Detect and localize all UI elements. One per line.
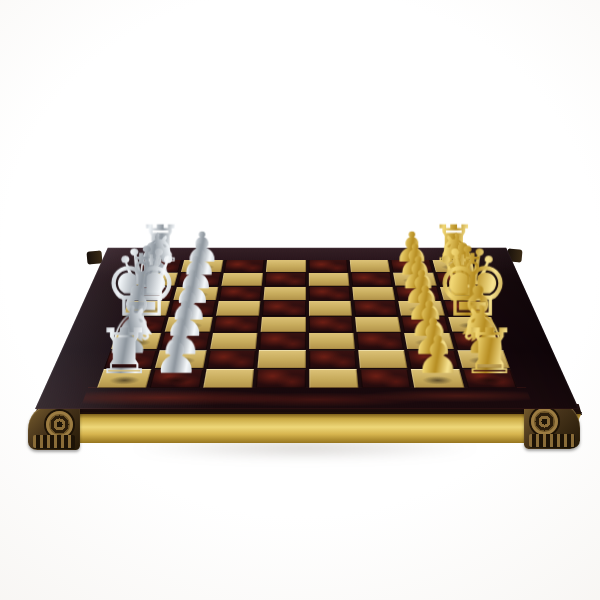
chess-set-product-photo: ♜♟♟♜♞♟♟♞♝♟♟♝♛♟♟♛♚♟♟♚♝♟♟♝♞♟♟♞♜♟♟♜ (0, 0, 600, 600)
square-a4[interactable] (266, 260, 306, 272)
square-h8[interactable]: ♜ (462, 369, 517, 388)
piece-black-rook-h8[interactable]: ♜ (462, 321, 519, 381)
square-h5[interactable] (309, 369, 359, 388)
piece-white-pawn-h2[interactable]: ♟ (153, 332, 199, 381)
square-c4[interactable] (264, 287, 306, 301)
square-h4[interactable] (256, 369, 306, 388)
brass-rim (35, 412, 582, 443)
square-b6[interactable] (351, 273, 393, 286)
square-b3[interactable] (221, 273, 263, 286)
square-g5[interactable] (309, 350, 357, 367)
chess-board: ♜♟♟♜♞♟♟♞♝♟♟♝♛♟♟♛♚♟♟♚♝♟♟♝♞♟♟♞♜♟♟♜ (35, 248, 579, 409)
square-g6[interactable] (358, 350, 407, 367)
square-d6[interactable] (353, 301, 398, 315)
volute-spiral-icon (46, 411, 73, 438)
square-d5[interactable] (308, 301, 351, 315)
square-h6[interactable] (360, 369, 411, 388)
square-b5[interactable] (308, 273, 349, 286)
square-h1[interactable]: ♜ (97, 369, 152, 388)
square-h3[interactable] (203, 369, 254, 388)
square-c3[interactable] (219, 287, 262, 301)
square-b4[interactable] (265, 273, 306, 286)
square-d4[interactable] (262, 301, 305, 315)
square-c5[interactable] (308, 287, 350, 301)
square-h2[interactable]: ♟ (150, 369, 203, 388)
square-g3[interactable] (206, 350, 255, 367)
square-a6[interactable] (350, 260, 391, 272)
checkerboard: ♜♟♟♜♞♟♟♞♝♟♟♝♛♟♟♛♚♟♟♚♝♟♟♝♞♟♟♞♜♟♟♜ (97, 260, 517, 388)
column-flutes (33, 435, 75, 448)
column-flutes (529, 434, 575, 447)
piece-black-pawn-h7[interactable]: ♟ (414, 332, 460, 381)
square-d3[interactable] (216, 301, 261, 315)
square-a5[interactable] (308, 260, 348, 272)
square-a3[interactable] (224, 260, 265, 272)
piece-white-rook-h1[interactable]: ♜ (96, 321, 153, 381)
front-left-foot (28, 405, 80, 450)
square-c6[interactable] (352, 287, 395, 301)
front-right-foot (524, 402, 580, 449)
square-h7[interactable]: ♟ (411, 369, 464, 388)
square-g4[interactable] (258, 350, 306, 367)
volute-spiral-icon (531, 408, 558, 435)
